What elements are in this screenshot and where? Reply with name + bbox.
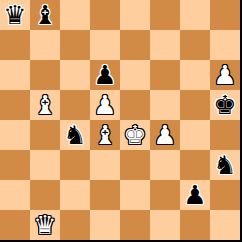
square-b5[interactable]: ♝	[30, 90, 60, 120]
piece-black-queen: ♛	[3, 0, 26, 30]
piece-black-pawn: ♟	[183, 180, 206, 210]
square-h1[interactable]	[210, 210, 240, 240]
square-c8[interactable]	[60, 0, 90, 30]
piece-black-bishop: ♝	[33, 0, 56, 30]
square-e5[interactable]	[120, 90, 150, 120]
square-e1[interactable]	[120, 210, 150, 240]
square-d5[interactable]: ♟	[90, 90, 120, 120]
piece-white-bishop: ♝	[93, 120, 116, 150]
chess-board: ♛♝♟♟♝♟♚♞♝♚♟♞♟♛	[0, 0, 240, 240]
square-b7[interactable]	[30, 30, 60, 60]
square-g2[interactable]: ♟	[180, 180, 210, 210]
square-h3[interactable]: ♞	[210, 150, 240, 180]
square-c1[interactable]	[60, 210, 90, 240]
square-f8[interactable]	[150, 0, 180, 30]
square-e2[interactable]	[120, 180, 150, 210]
square-a1[interactable]	[0, 210, 30, 240]
piece-white-queen: ♛	[33, 210, 56, 240]
square-c6[interactable]	[60, 60, 90, 90]
square-a4[interactable]	[0, 120, 30, 150]
piece-black-knight: ♞	[63, 120, 86, 150]
square-e6[interactable]	[120, 60, 150, 90]
square-h8[interactable]	[210, 0, 240, 30]
square-d1[interactable]	[90, 210, 120, 240]
square-b6[interactable]	[30, 60, 60, 90]
square-c2[interactable]	[60, 180, 90, 210]
square-f5[interactable]	[150, 90, 180, 120]
square-h2[interactable]	[210, 180, 240, 210]
square-b1[interactable]: ♛	[30, 210, 60, 240]
square-b4[interactable]	[30, 120, 60, 150]
square-c3[interactable]	[60, 150, 90, 180]
piece-black-king: ♚	[213, 90, 236, 120]
piece-black-pawn: ♟	[93, 60, 116, 90]
piece-black-knight: ♞	[213, 150, 236, 180]
square-d2[interactable]	[90, 180, 120, 210]
square-g5[interactable]	[180, 90, 210, 120]
piece-white-king: ♚	[123, 120, 146, 150]
square-d4[interactable]: ♝	[90, 120, 120, 150]
square-h5[interactable]: ♚	[210, 90, 240, 120]
chess-board-frame: ♛♝♟♟♝♟♚♞♝♚♟♞♟♛	[0, 0, 242, 242]
square-a8[interactable]: ♛	[0, 0, 30, 30]
square-d7[interactable]	[90, 30, 120, 60]
square-a3[interactable]	[0, 150, 30, 180]
piece-white-pawn: ♟	[213, 60, 236, 90]
square-f6[interactable]	[150, 60, 180, 90]
square-g4[interactable]	[180, 120, 210, 150]
square-d8[interactable]	[90, 0, 120, 30]
square-e7[interactable]	[120, 30, 150, 60]
square-a5[interactable]	[0, 90, 30, 120]
square-g1[interactable]	[180, 210, 210, 240]
square-g8[interactable]	[180, 0, 210, 30]
square-a6[interactable]	[0, 60, 30, 90]
square-d6[interactable]: ♟	[90, 60, 120, 90]
square-d3[interactable]	[90, 150, 120, 180]
piece-white-pawn: ♟	[93, 90, 116, 120]
piece-white-pawn: ♟	[153, 120, 176, 150]
square-a2[interactable]	[0, 180, 30, 210]
square-g3[interactable]	[180, 150, 210, 180]
square-c4[interactable]: ♞	[60, 120, 90, 150]
square-f3[interactable]	[150, 150, 180, 180]
square-b3[interactable]	[30, 150, 60, 180]
square-h4[interactable]	[210, 120, 240, 150]
square-f1[interactable]	[150, 210, 180, 240]
square-a7[interactable]	[0, 30, 30, 60]
square-c7[interactable]	[60, 30, 90, 60]
square-f7[interactable]	[150, 30, 180, 60]
square-e3[interactable]	[120, 150, 150, 180]
square-h7[interactable]	[210, 30, 240, 60]
square-b2[interactable]	[30, 180, 60, 210]
square-f4[interactable]: ♟	[150, 120, 180, 150]
square-g6[interactable]	[180, 60, 210, 90]
square-e8[interactable]	[120, 0, 150, 30]
square-h6[interactable]: ♟	[210, 60, 240, 90]
square-f2[interactable]	[150, 180, 180, 210]
piece-white-bishop: ♝	[33, 90, 56, 120]
square-g7[interactable]	[180, 30, 210, 60]
square-e4[interactable]: ♚	[120, 120, 150, 150]
square-b8[interactable]: ♝	[30, 0, 60, 30]
square-c5[interactable]	[60, 90, 90, 120]
